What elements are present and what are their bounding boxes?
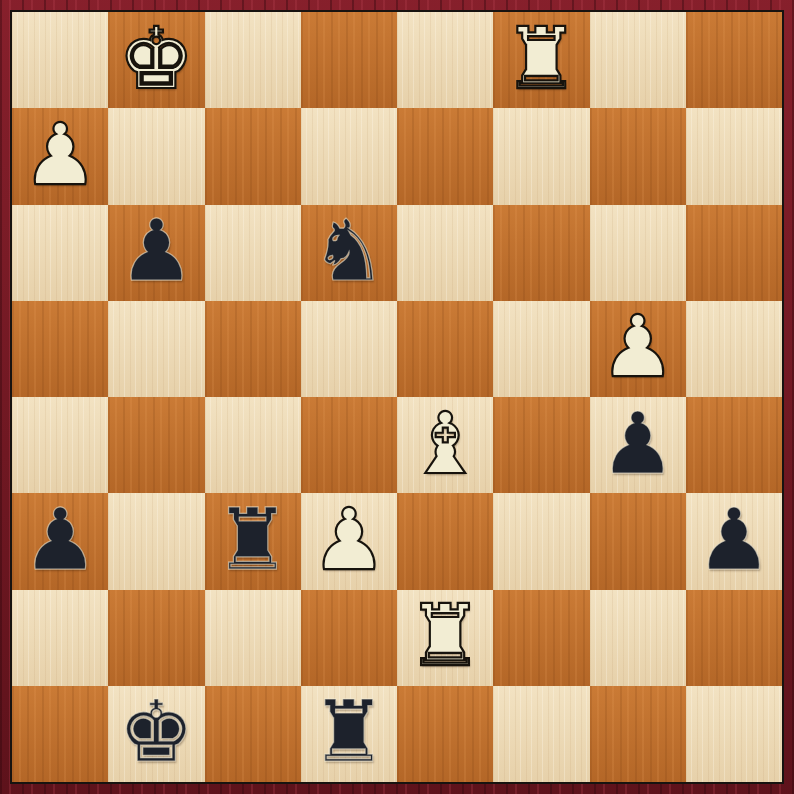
square-f8[interactable]: ♜: [493, 12, 589, 108]
white-pawn: ♟: [22, 112, 98, 197]
white-bishop: ♝: [407, 401, 483, 486]
square-b5[interactable]: [108, 301, 204, 397]
square-d8[interactable]: [301, 12, 397, 108]
black-rook: ♜: [215, 497, 291, 582]
square-h6[interactable]: [686, 205, 782, 301]
square-a7[interactable]: ♟: [12, 108, 108, 204]
square-h4[interactable]: [686, 397, 782, 493]
square-g1[interactable]: [590, 686, 686, 782]
square-g7[interactable]: [590, 108, 686, 204]
square-c3[interactable]: ♜: [205, 493, 301, 589]
chess-board: ♚♜♟♟♞♟♝♟♟♜♟♟♜♚♜: [10, 10, 784, 784]
square-d3[interactable]: ♟: [301, 493, 397, 589]
square-e1[interactable]: [397, 686, 493, 782]
square-a3[interactable]: ♟: [12, 493, 108, 589]
square-f1[interactable]: [493, 686, 589, 782]
white-rook: ♜: [407, 593, 483, 678]
black-pawn: ♟: [600, 401, 676, 486]
square-b8[interactable]: ♚: [108, 12, 204, 108]
square-a2[interactable]: [12, 590, 108, 686]
black-rook: ♜: [311, 689, 387, 774]
square-f3[interactable]: [493, 493, 589, 589]
square-h7[interactable]: [686, 108, 782, 204]
square-g4[interactable]: ♟: [590, 397, 686, 493]
white-pawn: ♟: [311, 497, 387, 582]
black-pawn: ♟: [22, 497, 98, 582]
square-h3[interactable]: ♟: [686, 493, 782, 589]
black-king: ♚: [118, 689, 194, 774]
square-b7[interactable]: [108, 108, 204, 204]
square-c7[interactable]: [205, 108, 301, 204]
square-d4[interactable]: [301, 397, 397, 493]
square-c5[interactable]: [205, 301, 301, 397]
square-e3[interactable]: [397, 493, 493, 589]
square-e2[interactable]: ♜: [397, 590, 493, 686]
square-f6[interactable]: [493, 205, 589, 301]
square-g6[interactable]: [590, 205, 686, 301]
square-a8[interactable]: [12, 12, 108, 108]
square-e6[interactable]: [397, 205, 493, 301]
square-c1[interactable]: [205, 686, 301, 782]
square-c2[interactable]: [205, 590, 301, 686]
square-a5[interactable]: [12, 301, 108, 397]
square-d6[interactable]: ♞: [301, 205, 397, 301]
square-e8[interactable]: [397, 12, 493, 108]
square-a4[interactable]: [12, 397, 108, 493]
square-f7[interactable]: [493, 108, 589, 204]
square-b6[interactable]: ♟: [108, 205, 204, 301]
square-g8[interactable]: [590, 12, 686, 108]
square-g2[interactable]: [590, 590, 686, 686]
square-a6[interactable]: [12, 205, 108, 301]
square-a1[interactable]: [12, 686, 108, 782]
square-b3[interactable]: [108, 493, 204, 589]
black-pawn: ♟: [696, 497, 772, 582]
square-b4[interactable]: [108, 397, 204, 493]
square-f2[interactable]: [493, 590, 589, 686]
white-pawn: ♟: [600, 304, 676, 389]
square-f4[interactable]: [493, 397, 589, 493]
square-h2[interactable]: [686, 590, 782, 686]
black-pawn: ♟: [118, 208, 194, 293]
square-h8[interactable]: [686, 12, 782, 108]
board-frame: ♚♜♟♟♞♟♝♟♟♜♟♟♜♚♜: [0, 0, 794, 794]
square-c6[interactable]: [205, 205, 301, 301]
square-d1[interactable]: ♜: [301, 686, 397, 782]
square-h5[interactable]: [686, 301, 782, 397]
square-d2[interactable]: [301, 590, 397, 686]
square-f5[interactable]: [493, 301, 589, 397]
square-h1[interactable]: [686, 686, 782, 782]
square-b2[interactable]: [108, 590, 204, 686]
square-d5[interactable]: [301, 301, 397, 397]
black-knight: ♞: [311, 208, 387, 293]
square-e4[interactable]: ♝: [397, 397, 493, 493]
square-d7[interactable]: [301, 108, 397, 204]
square-e5[interactable]: [397, 301, 493, 397]
square-g5[interactable]: ♟: [590, 301, 686, 397]
square-c4[interactable]: [205, 397, 301, 493]
white-king: ♚: [118, 16, 194, 101]
square-b1[interactable]: ♚: [108, 686, 204, 782]
square-e7[interactable]: [397, 108, 493, 204]
white-rook: ♜: [503, 16, 579, 101]
square-g3[interactable]: [590, 493, 686, 589]
square-c8[interactable]: [205, 12, 301, 108]
